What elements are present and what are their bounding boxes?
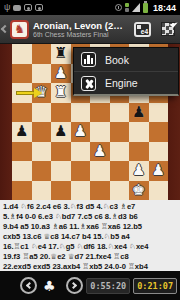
square-d3[interactable] <box>71 142 91 162</box>
status-clock: 18:44 <box>153 3 176 13</box>
move-line[interactable]: 5.♗f4 0-0 6.e3 ♘bd7 7.c5 c6 8.♗d3 b6 <box>3 212 177 222</box>
move-line[interactable]: 19.f3 ♖a5 20.♕e2 ♕d7 21.fxe4 ♖c8 <box>3 252 177 262</box>
black-clock: 0:21:07 <box>133 278 177 294</box>
app-bar: ♞ Aronian, Levon (2… 6th Chess Masters F… <box>0 15 180 44</box>
white-pawn[interactable]: ♟ <box>152 163 165 178</box>
move-line[interactable]: 1.d4 ♘f6 2.c4 e6 3.♘f3 d5 4.♘c3 ♗e7 <box>3 202 177 212</box>
game-title: Aronian, Levon (2… <box>33 20 123 31</box>
event-subtitle: 6th Chess Masters Final <box>33 31 123 38</box>
photo-icon <box>35 4 43 11</box>
square-h1[interactable] <box>149 181 169 201</box>
app-window: ψ 18:44 ♞ Aronian, Levon (2… 6th Chess M… <box>0 0 180 300</box>
square-b5[interactable] <box>32 103 52 123</box>
square-d1[interactable] <box>71 181 91 201</box>
square-a4[interactable]: ♟ <box>12 122 32 142</box>
last-move-arrow <box>16 89 44 96</box>
square-g4[interactable] <box>129 122 149 142</box>
square-b2[interactable] <box>32 161 52 181</box>
club-icon[interactable]: ♣ <box>43 279 56 293</box>
battery-icon <box>143 3 148 13</box>
black-pawn[interactable]: ♟ <box>132 105 145 120</box>
square-b7[interactable] <box>32 64 52 84</box>
square-f5[interactable] <box>110 103 130 123</box>
square-a3[interactable] <box>12 142 32 162</box>
chevron-left-icon <box>26 282 33 289</box>
menu-item-engine[interactable]: Engine <box>74 71 178 94</box>
photo-icon <box>24 4 32 11</box>
white-pawn[interactable]: ♟ <box>74 124 87 139</box>
square-a8[interactable] <box>12 44 32 64</box>
square-h4[interactable] <box>149 122 169 142</box>
square-c8[interactable]: ♜ <box>51 44 71 64</box>
square-c5[interactable] <box>51 103 71 123</box>
square-b8[interactable] <box>32 44 52 64</box>
bar-chart-icon <box>81 52 96 67</box>
white-pawn[interactable]: ♟ <box>54 66 67 81</box>
notation-e4-button[interactable]: e4 <box>134 22 151 37</box>
square-d4[interactable]: ♟ <box>71 122 91 142</box>
popup-menu: Book Engine <box>73 47 179 96</box>
square-b1[interactable] <box>32 181 52 201</box>
white-pawn[interactable]: ♟ <box>93 144 106 159</box>
black-pawn[interactable]: ♟ <box>15 124 28 139</box>
square-g1[interactable]: ♚ <box>129 181 149 201</box>
crossed-pieces-icon <box>81 76 96 91</box>
square-d5[interactable] <box>71 103 91 123</box>
title-block: Aronian, Levon (2… 6th Chess Masters Fin… <box>33 20 123 38</box>
square-a7[interactable] <box>12 64 32 84</box>
move-line[interactable]: 22.exd5 exd5 23.axb4 ♖xb5 24.0-0 ♖xb4 <box>3 262 177 271</box>
square-e2[interactable] <box>90 161 110 181</box>
menu-item-label: Engine <box>105 77 138 89</box>
bottom-toolbar: ♣ 0:55:20 0:21:07 <box>0 271 180 300</box>
square-h5[interactable] <box>149 103 169 123</box>
white-pawn[interactable]: ♟ <box>132 163 145 178</box>
signal-icon <box>132 3 140 12</box>
square-a5[interactable] <box>12 103 32 123</box>
next-move-button[interactable] <box>66 277 83 294</box>
previous-move-button[interactable] <box>20 277 37 294</box>
square-e4[interactable] <box>90 122 110 142</box>
square-g5[interactable]: ♟ <box>129 103 149 123</box>
square-c4[interactable]: ♟ <box>51 122 71 142</box>
white-clock: 0:55:20 <box>86 278 130 294</box>
square-f1[interactable] <box>110 181 130 201</box>
square-a2[interactable] <box>12 161 32 181</box>
square-g2[interactable]: ♟ <box>129 161 149 181</box>
square-c3[interactable] <box>51 142 71 162</box>
message-icon <box>13 5 21 11</box>
chevron-right-icon <box>70 282 77 289</box>
black-pawn[interactable]: ♟ <box>54 124 67 139</box>
e4-label: e4 <box>141 28 148 35</box>
square-b3[interactable] <box>32 142 52 162</box>
menu-item-book[interactable]: Book <box>74 48 178 71</box>
usb-icon: ψ <box>4 0 10 15</box>
square-h2[interactable]: ♟ <box>149 161 169 181</box>
square-e1[interactable] <box>90 181 110 201</box>
square-e5[interactable] <box>90 103 110 123</box>
white-king[interactable]: ♚ <box>132 183 145 198</box>
square-a1[interactable] <box>12 181 32 201</box>
square-f2[interactable] <box>110 161 130 181</box>
flip-board-button[interactable] <box>161 22 175 36</box>
square-e3[interactable]: ♟ <box>90 142 110 162</box>
square-g3[interactable] <box>129 142 149 162</box>
menu-item-label: Book <box>105 54 129 66</box>
move-line[interactable]: 9.b4 a5 10.a3 ♗a6 11.♗xa6 ♖xa6 12.b5 <box>3 222 177 232</box>
square-c1[interactable] <box>51 181 71 201</box>
square-d2[interactable] <box>71 161 91 181</box>
square-c6[interactable]: ♜ <box>51 83 71 103</box>
status-bar: ψ 18:44 <box>0 0 180 15</box>
back-chevron-icon[interactable] <box>1 25 9 33</box>
square-f4[interactable] <box>110 122 130 142</box>
square-f3[interactable] <box>110 142 130 162</box>
white-rook[interactable]: ♜ <box>54 85 67 100</box>
square-c7[interactable]: ♟ <box>51 64 71 84</box>
black-rook[interactable]: ♜ <box>54 46 67 61</box>
square-c2[interactable] <box>51 161 71 181</box>
adb-icon <box>125 3 129 12</box>
square-b4[interactable] <box>32 122 52 142</box>
alarm-icon <box>115 4 122 11</box>
move-line[interactable]: cxb5 13.c6 ♕c8 14.c7 b4 15.♘b5 a4 <box>3 232 177 242</box>
move-list[interactable]: 1.d4 ♘f6 2.c4 e6 3.♘f3 d5 4.♘c3 ♗e75.♗f4… <box>0 200 180 271</box>
app-logo-knight-icon: ♞ <box>10 20 29 39</box>
move-line[interactable]: 16.♖c1 ♘e4 17.♘g5 ♘df6 18.♘xe4 ♘xe4 <box>3 242 177 252</box>
square-h3[interactable] <box>149 142 169 162</box>
